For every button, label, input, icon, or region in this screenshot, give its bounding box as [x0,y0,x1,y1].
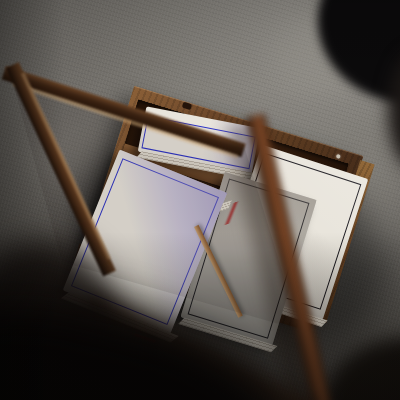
photo-scene [0,0,400,400]
hinge-pin [336,154,341,159]
metal-clasp [182,102,192,110]
